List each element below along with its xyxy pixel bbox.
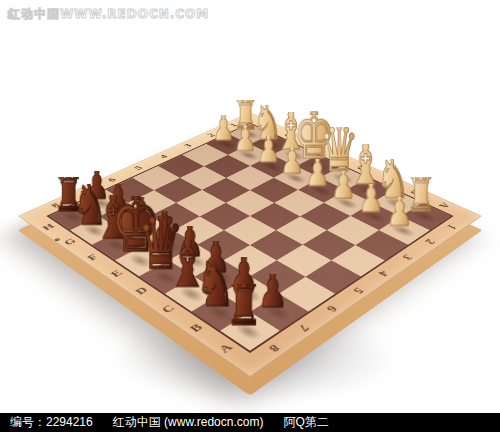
black-rook-a8[interactable]: ♜ — [208, 284, 280, 335]
pawn-glyph: ♟ — [387, 191, 413, 233]
white-queen-ball-finial — [337, 120, 343, 126]
photo-canvas: 红动中国WWW.REDOCN.COM HGFEDCBA HGFEDCBA 123… — [0, 0, 500, 432]
footer-site: 红动中国 (www.redocn.com) — [113, 414, 264, 431]
watermark: 红动中国WWW.REDOCN.COM — [8, 6, 209, 23]
footer-bar: 编号：2294216 红动中国 (www.redocn.com) 阿Q第二 — [0, 413, 500, 432]
footer-author: 阿Q第二 — [283, 414, 328, 431]
rook-glyph: ♜ — [225, 275, 262, 335]
footer-id: 编号：2294216 — [10, 414, 93, 431]
white-pawn-a2[interactable]: ♟ — [369, 197, 431, 233]
